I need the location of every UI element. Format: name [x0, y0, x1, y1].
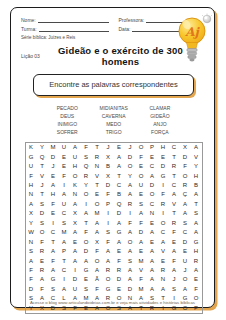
- cell-r2c11[interactable]: F: [136, 152, 147, 161]
- cell-r14c6[interactable]: G: [81, 265, 92, 274]
- cell-r8c8[interactable]: I: [103, 209, 114, 218]
- cell-r4c7[interactable]: V: [92, 171, 103, 180]
- cell-r6c9[interactable]: B: [114, 190, 125, 199]
- cell-r6c3[interactable]: H: [48, 190, 59, 199]
- word-item: MEDO: [100, 120, 128, 128]
- teacher-label: Professora:: [119, 17, 145, 23]
- cell-r7c4[interactable]: U: [59, 199, 70, 208]
- word-item: INIMIGO: [57, 120, 78, 128]
- cell-r16c14[interactable]: S: [169, 284, 180, 293]
- cell-r7c15[interactable]: A: [180, 199, 191, 208]
- cell-r10c14[interactable]: F: [169, 228, 180, 237]
- cell-r9c10[interactable]: F: [125, 218, 136, 227]
- cell-r7c16[interactable]: T: [191, 199, 202, 208]
- cell-r7c9[interactable]: Q: [114, 199, 125, 208]
- cell-r7c12[interactable]: C: [147, 199, 158, 208]
- cell-r12c4[interactable]: P: [59, 246, 70, 255]
- class-blank-line[interactable]: [39, 27, 109, 32]
- cell-r12c7[interactable]: F: [92, 246, 103, 255]
- cell-r7c5[interactable]: A: [70, 199, 81, 208]
- cell-r3c6[interactable]: Q: [81, 161, 92, 170]
- word-item: DEUS: [57, 112, 78, 120]
- cell-r5c5[interactable]: K: [70, 180, 81, 189]
- cell-r15c3[interactable]: G: [48, 275, 59, 284]
- cell-r14c15[interactable]: J: [180, 265, 191, 274]
- cell-r9c12[interactable]: E: [147, 218, 158, 227]
- cell-r1c12[interactable]: P: [147, 143, 158, 152]
- cell-r7c1[interactable]: A: [26, 199, 37, 208]
- cell-r8c9[interactable]: D: [114, 209, 125, 218]
- cell-r15c6[interactable]: E: [81, 275, 92, 284]
- cell-r16c7[interactable]: F: [92, 284, 103, 293]
- logo-monogram: Aj: [184, 25, 200, 39]
- cell-r5c13[interactable]: I: [158, 180, 169, 189]
- cell-r3c9[interactable]: A: [114, 161, 125, 170]
- word-item: GIDEÃO: [149, 112, 170, 120]
- cell-r11c4[interactable]: A: [59, 237, 70, 246]
- cell-r13c15[interactable]: U: [180, 256, 191, 265]
- cell-r1c4[interactable]: U: [59, 143, 70, 152]
- cell-r11c14[interactable]: E: [169, 237, 180, 246]
- cell-r11c7[interactable]: X: [92, 237, 103, 246]
- cell-r11c11[interactable]: A: [136, 237, 147, 246]
- cell-r9c8[interactable]: I: [103, 218, 114, 227]
- cell-r1c10[interactable]: J: [125, 143, 136, 152]
- cell-r7c3[interactable]: F: [48, 199, 59, 208]
- cell-r9c13[interactable]: O: [158, 218, 169, 227]
- cell-r2c7[interactable]: R: [92, 152, 103, 161]
- cell-r2c5[interactable]: U: [70, 152, 81, 161]
- cell-r9c9[interactable]: A: [114, 218, 125, 227]
- word-item: MIDIANITAS: [100, 104, 128, 112]
- cell-r4c13[interactable]: G: [158, 171, 169, 180]
- cell-r15c7[interactable]: Ã: [92, 275, 103, 284]
- cell-r8c10[interactable]: I: [125, 209, 136, 218]
- cell-r3c15[interactable]: F: [180, 161, 191, 170]
- cell-r9c16[interactable]: A: [191, 218, 202, 227]
- cell-r4c8[interactable]: X: [103, 171, 114, 180]
- cell-r14c2[interactable]: R: [37, 265, 48, 274]
- cell-r12c16[interactable]: H: [191, 246, 202, 255]
- cell-r14c16[interactable]: A: [191, 265, 202, 274]
- cell-r6c13[interactable]: F: [158, 190, 169, 199]
- cell-r4c16[interactable]: H: [191, 171, 202, 180]
- cell-r3c1[interactable]: U: [26, 161, 37, 170]
- cell-r12c6[interactable]: D: [81, 246, 92, 255]
- cell-r7c10[interactable]: R: [125, 199, 136, 208]
- cell-r11c5[interactable]: E: [70, 237, 81, 246]
- cell-r5c8[interactable]: D: [103, 180, 114, 189]
- cell-r6c8[interactable]: F: [103, 190, 114, 199]
- cell-r3c3[interactable]: J: [48, 161, 59, 170]
- cell-r14c5[interactable]: I: [70, 265, 81, 274]
- cell-r15c15[interactable]: O: [180, 275, 191, 284]
- lightbulb-icon: Aj: [177, 13, 213, 63]
- cell-r2c8[interactable]: X: [103, 152, 114, 161]
- cell-r4c9[interactable]: T: [114, 171, 125, 180]
- cell-r2c10[interactable]: D: [125, 152, 136, 161]
- cell-r16c1[interactable]: D: [26, 284, 37, 293]
- cell-r7c13[interactable]: R: [158, 199, 169, 208]
- lightbulb-logo: Aj: [177, 13, 213, 63]
- worksheet-page: Nome: Professora: Turma: Data: Série bíb…: [10, 7, 215, 308]
- cell-r1c2[interactable]: Y: [37, 143, 48, 152]
- cell-r10c11[interactable]: D: [136, 228, 147, 237]
- cell-r10c5[interactable]: A: [70, 228, 81, 237]
- cell-r6c4[interactable]: A: [59, 190, 70, 199]
- cell-r1c7[interactable]: T: [92, 143, 103, 152]
- cell-r6c14[interactable]: A: [169, 190, 180, 199]
- cell-r12c1[interactable]: S: [26, 246, 37, 255]
- cell-r13c2[interactable]: E: [37, 256, 48, 265]
- cell-r8c11[interactable]: A: [136, 209, 147, 218]
- cell-r15c1[interactable]: F: [26, 275, 37, 284]
- cell-r9c14[interactable]: R: [169, 218, 180, 227]
- cell-r6c11[interactable]: E: [136, 190, 147, 199]
- cell-r2c12[interactable]: E: [147, 152, 158, 161]
- cell-r12c11[interactable]: E: [136, 246, 147, 255]
- cell-r12c12[interactable]: A: [147, 246, 158, 255]
- cell-r9c4[interactable]: S: [59, 218, 70, 227]
- cell-r14c4[interactable]: C: [59, 265, 70, 274]
- cell-r11c15[interactable]: D: [180, 237, 191, 246]
- name-label: Nome:: [21, 17, 36, 23]
- cell-r2c3[interactable]: D: [48, 152, 59, 161]
- cell-r10c10[interactable]: A: [125, 228, 136, 237]
- cell-r13c11[interactable]: M: [136, 256, 147, 265]
- cell-r8c12[interactable]: N: [147, 209, 158, 218]
- cell-r16c16[interactable]: F: [191, 284, 202, 293]
- cell-r13c6[interactable]: A: [81, 256, 92, 265]
- cell-r12c13[interactable]: V: [158, 246, 169, 255]
- cell-r14c3[interactable]: A: [48, 265, 59, 274]
- cell-r16c12[interactable]: A: [147, 284, 158, 293]
- word-item: TRIGO: [100, 128, 128, 136]
- cell-r10c12[interactable]: A: [147, 228, 158, 237]
- cell-r6c10[interactable]: A: [125, 190, 136, 199]
- word-column-3: CLAMARGIDEÃOANJOFORÇA: [149, 104, 170, 136]
- cell-r13c10[interactable]: S: [125, 256, 136, 265]
- cell-r4c5[interactable]: O: [70, 171, 81, 180]
- cell-r7c11[interactable]: S: [136, 199, 147, 208]
- word-item: FORÇA: [149, 128, 170, 136]
- lesson-label: Lição 03: [21, 53, 49, 59]
- cell-r16c11[interactable]: M: [136, 284, 147, 293]
- cell-r5c7[interactable]: T: [92, 180, 103, 189]
- cell-r9c5[interactable]: X: [70, 218, 81, 227]
- cell-r6c12[interactable]: O: [147, 190, 158, 199]
- cell-r11c1[interactable]: N: [26, 237, 37, 246]
- cell-r13c9[interactable]: F: [114, 256, 125, 265]
- cell-r11c13[interactable]: A: [158, 237, 169, 246]
- cell-r12c14[interactable]: A: [169, 246, 180, 255]
- cell-r9c6[interactable]: T: [81, 218, 92, 227]
- cell-r1c3[interactable]: M: [48, 143, 59, 152]
- cell-r16c10[interactable]: D: [125, 284, 136, 293]
- cell-r5c9[interactable]: C: [114, 180, 125, 189]
- cell-r6c6[interactable]: O: [81, 190, 92, 199]
- cell-r16c3[interactable]: S: [48, 284, 59, 293]
- cell-r14c11[interactable]: V: [136, 265, 147, 274]
- cell-r1c5[interactable]: A: [70, 143, 81, 152]
- word-item: ANJO: [149, 120, 170, 128]
- cell-r14c12[interactable]: A: [147, 265, 158, 274]
- cell-r11c8[interactable]: F: [103, 237, 114, 246]
- cell-r10c4[interactable]: M: [59, 228, 70, 237]
- cell-r3c4[interactable]: E: [59, 161, 70, 170]
- cell-r14c1[interactable]: F: [26, 265, 37, 274]
- cell-r4c2[interactable]: V: [37, 171, 48, 180]
- cell-r14c9[interactable]: R: [114, 265, 125, 274]
- cell-r11c12[interactable]: E: [147, 237, 158, 246]
- cell-r10c6[interactable]: F: [81, 228, 92, 237]
- cell-r9c7[interactable]: A: [92, 218, 103, 227]
- cell-r8c6[interactable]: A: [81, 209, 92, 218]
- cell-r9c2[interactable]: S: [37, 218, 48, 227]
- cell-r10c9[interactable]: G: [114, 228, 125, 237]
- cell-r15c2[interactable]: A: [37, 275, 48, 284]
- cell-r2c9[interactable]: A: [114, 152, 125, 161]
- cell-r3c8[interactable]: B: [103, 161, 114, 170]
- cell-r3c14[interactable]: R: [169, 161, 180, 170]
- cell-r4c6[interactable]: R: [81, 171, 92, 180]
- cell-r8c1[interactable]: X: [26, 209, 37, 218]
- cell-r8c15[interactable]: A: [180, 209, 191, 218]
- cell-r14c7[interactable]: A: [92, 265, 103, 274]
- footer-text: Acesse o blog www.articulandoideias.com.…: [11, 300, 214, 305]
- cell-r16c5[interactable]: U: [70, 284, 81, 293]
- word-list: PECADODEUSINIMIGOSOFRERMIDIANITASCAVERNA…: [21, 104, 206, 136]
- cell-r4c15[interactable]: O: [180, 171, 191, 180]
- instruction-box: Encontre as palavras correspondentes: [33, 74, 194, 96]
- cell-r11c16[interactable]: G: [191, 237, 202, 246]
- cell-r1c6[interactable]: F: [81, 143, 92, 152]
- cell-r15c16[interactable]: E: [191, 275, 202, 284]
- cell-r4c3[interactable]: E: [48, 171, 59, 180]
- cell-r11c2[interactable]: F: [37, 237, 48, 246]
- cell-r13c1[interactable]: A: [26, 256, 37, 265]
- cell-r12c5[interactable]: A: [70, 246, 81, 255]
- cell-r10c2[interactable]: O: [37, 228, 48, 237]
- cell-r4c14[interactable]: T: [169, 171, 180, 180]
- cell-r1c1[interactable]: K: [26, 143, 37, 152]
- cell-r2c14[interactable]: T: [169, 152, 180, 161]
- cell-r3c2[interactable]: T: [37, 161, 48, 170]
- cell-r11c10[interactable]: O: [125, 237, 136, 246]
- cell-r7c6[interactable]: I: [81, 199, 92, 208]
- cell-r10c3[interactable]: C: [48, 228, 59, 237]
- cell-r2c2[interactable]: Q: [37, 152, 48, 161]
- cell-r9c1[interactable]: Y: [26, 218, 37, 227]
- cell-r4c10[interactable]: Y: [125, 171, 136, 180]
- cell-r1c8[interactable]: J: [103, 143, 114, 152]
- cell-r5c10[interactable]: A: [125, 180, 136, 189]
- cell-r11c9[interactable]: A: [114, 237, 125, 246]
- cell-r7c2[interactable]: S: [37, 199, 48, 208]
- cell-r8c14[interactable]: T: [169, 209, 180, 218]
- cell-r5c14[interactable]: C: [169, 180, 180, 189]
- cell-r13c14[interactable]: F: [169, 256, 180, 265]
- cell-r3c7[interactable]: N: [92, 161, 103, 170]
- cell-r13c3[interactable]: F: [48, 256, 59, 265]
- cell-r7c14[interactable]: V: [169, 199, 180, 208]
- cell-r13c12[interactable]: A: [147, 256, 158, 265]
- cell-r13c5[interactable]: A: [70, 256, 81, 265]
- instruction-text: Encontre as palavras correspondentes: [49, 80, 177, 89]
- cell-r16c8[interactable]: G: [103, 284, 114, 293]
- cell-r16c9[interactable]: E: [114, 284, 125, 293]
- cell-r2c15[interactable]: D: [180, 152, 191, 161]
- cell-r16c2[interactable]: F: [37, 284, 48, 293]
- word-item: PECADO: [57, 104, 78, 112]
- cell-r14c14[interactable]: A: [169, 265, 180, 274]
- cell-r6c16[interactable]: A: [191, 190, 202, 199]
- cell-r12c3[interactable]: A: [48, 246, 59, 255]
- cell-r5c15[interactable]: R: [180, 180, 191, 189]
- cell-r15c5[interactable]: D: [70, 275, 81, 284]
- cell-r2c6[interactable]: S: [81, 152, 92, 161]
- cell-r2c1[interactable]: G: [26, 152, 37, 161]
- cell-r11c6[interactable]: O: [81, 237, 92, 246]
- cell-r3c13[interactable]: D: [158, 161, 169, 170]
- cell-r12c9[interactable]: E: [114, 246, 125, 255]
- cell-r5c12[interactable]: D: [147, 180, 158, 189]
- cell-r13c13[interactable]: E: [158, 256, 169, 265]
- cell-r12c15[interactable]: E: [180, 246, 191, 255]
- cell-r2c13[interactable]: E: [158, 152, 169, 161]
- cell-r4c4[interactable]: F: [59, 171, 70, 180]
- cell-r15c12[interactable]: A: [147, 275, 158, 284]
- cell-r13c16[interactable]: R: [191, 256, 202, 265]
- cell-r3c10[interactable]: O: [125, 161, 136, 170]
- cell-r12c8[interactable]: A: [103, 246, 114, 255]
- cell-r5c11[interactable]: U: [136, 180, 147, 189]
- cell-r6c1[interactable]: N: [26, 190, 37, 199]
- word-item: SOFRER: [57, 128, 78, 136]
- cell-r15c4[interactable]: I: [59, 275, 70, 284]
- cell-r12c2[interactable]: R: [37, 246, 48, 255]
- cell-r9c3[interactable]: I: [48, 218, 59, 227]
- cell-r9c15[interactable]: S: [180, 218, 191, 227]
- cell-r14c8[interactable]: R: [103, 265, 114, 274]
- cell-r8c16[interactable]: S: [191, 209, 202, 218]
- cell-r5c16[interactable]: B: [191, 180, 202, 189]
- page-title: Gideão e o exército de 300 homens: [49, 45, 192, 67]
- cell-r16c4[interactable]: A: [59, 284, 70, 293]
- cell-r10c15[interactable]: C: [180, 228, 191, 237]
- cell-r10c1[interactable]: W: [26, 228, 37, 237]
- cell-r5c3[interactable]: A: [48, 180, 59, 189]
- cell-r10c7[interactable]: A: [92, 228, 103, 237]
- cell-r1c14[interactable]: C: [169, 143, 180, 152]
- name-blank-line[interactable]: [38, 18, 109, 23]
- cell-r15c10[interactable]: A: [125, 275, 136, 284]
- cell-r1c15[interactable]: X: [180, 143, 191, 152]
- cell-r4c11[interactable]: O: [136, 171, 147, 180]
- cell-r14c13[interactable]: R: [158, 265, 169, 274]
- cell-r16c6[interactable]: S: [81, 284, 92, 293]
- cell-r8c7[interactable]: M: [92, 209, 103, 218]
- cell-r16c13[interactable]: A: [158, 284, 169, 293]
- cell-r3c12[interactable]: C: [147, 161, 158, 170]
- class-label: Turma:: [21, 26, 37, 32]
- cell-r1c16[interactable]: A: [191, 143, 202, 152]
- cell-r6c5[interactable]: N: [70, 190, 81, 199]
- cell-r8c13[interactable]: I: [158, 209, 169, 218]
- cell-r6c15[interactable]: Ç: [180, 190, 191, 199]
- word-item: CLAMAR: [149, 104, 170, 112]
- cell-r10c16[interactable]: A: [191, 228, 202, 237]
- cell-r15c9[interactable]: D: [114, 275, 125, 284]
- word-column-2: MIDIANITASCAVERNAMEDOTRIGO: [100, 104, 128, 136]
- cell-r10c13[interactable]: C: [158, 228, 169, 237]
- cell-r1c9[interactable]: E: [114, 143, 125, 152]
- cell-r13c7[interactable]: O: [92, 256, 103, 265]
- cell-r3c5[interactable]: H: [70, 161, 81, 170]
- cell-r6c7[interactable]: E: [92, 190, 103, 199]
- date-label: Data:: [119, 26, 131, 32]
- cell-r3c16[interactable]: Y: [191, 161, 202, 170]
- cell-r12c10[interactable]: A: [125, 246, 136, 255]
- cell-r5c6[interactable]: Y: [81, 180, 92, 189]
- cell-r8c3[interactable]: E: [48, 209, 59, 218]
- cell-r5c2[interactable]: J: [37, 180, 48, 189]
- cell-r8c5[interactable]: X: [70, 209, 81, 218]
- sparkle-icon: [202, 14, 212, 23]
- cell-r10c8[interactable]: S: [103, 228, 114, 237]
- cell-r14c10[interactable]: A: [125, 265, 136, 274]
- cell-r13c8[interactable]: A: [103, 256, 114, 265]
- word-item: CAVERNA: [100, 112, 128, 120]
- letter-grid: KYMUAFTJEJOPHCXAGQDEUSRXADFEETDVUTJEHQNB…: [25, 142, 203, 314]
- cell-r5c1[interactable]: H: [26, 180, 37, 189]
- cell-r9c11[interactable]: F: [136, 218, 147, 227]
- cell-r15c11[interactable]: F: [136, 275, 147, 284]
- cell-r3c11[interactable]: E: [136, 161, 147, 170]
- cell-r15c13[interactable]: N: [158, 275, 169, 284]
- cell-r2c16[interactable]: V: [191, 152, 202, 161]
- cell-r1c11[interactable]: O: [136, 143, 147, 152]
- cell-r1c13[interactable]: H: [158, 143, 169, 152]
- cell-r5c4[interactable]: I: [59, 180, 70, 189]
- cell-r7c7[interactable]: O: [92, 199, 103, 208]
- cell-r2c4[interactable]: E: [59, 152, 70, 161]
- word-column-1: PECADODEUSINIMIGOSOFRER: [57, 104, 78, 136]
- cell-r13c4[interactable]: T: [59, 256, 70, 265]
- cell-r15c8[interactable]: O: [103, 275, 114, 284]
- cell-r16c15[interactable]: A: [180, 284, 191, 293]
- cell-r15c14[interactable]: J: [169, 275, 180, 284]
- cell-r4c12[interactable]: A: [147, 171, 158, 180]
- cell-r11c3[interactable]: T: [48, 237, 59, 246]
- cell-r4c1[interactable]: F: [26, 171, 37, 180]
- cell-r6c2[interactable]: T: [37, 190, 48, 199]
- cell-r7c8[interactable]: P: [103, 199, 114, 208]
- cell-r8c2[interactable]: D: [37, 209, 48, 218]
- cell-r8c4[interactable]: C: [59, 209, 70, 218]
